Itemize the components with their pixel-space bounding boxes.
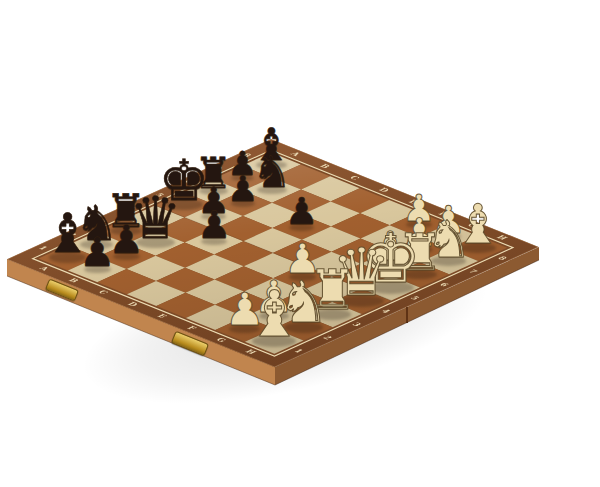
product-photo-stage: AA11BB22CC33DD44EE55FF66GG77HH88 ♝♟♞♜♟♚♟… xyxy=(0,0,600,487)
